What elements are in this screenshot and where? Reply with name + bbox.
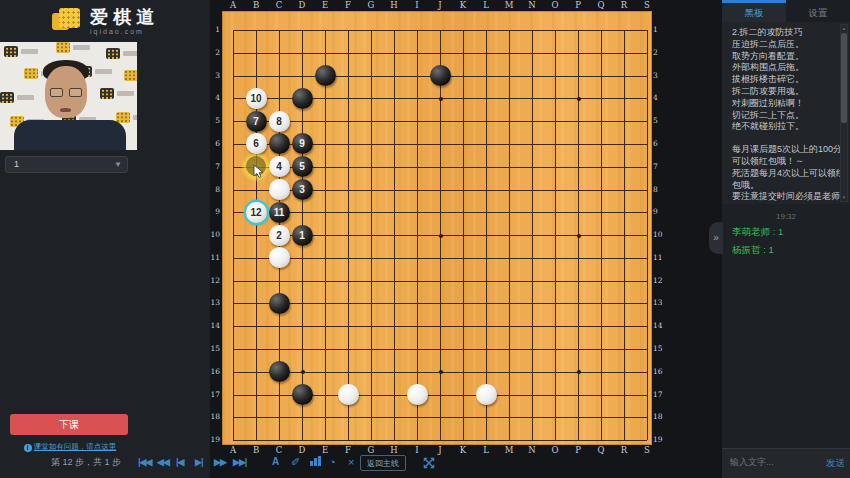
- help-link[interactable]: i课堂如有问题，请点这里: [0, 442, 140, 452]
- stone-black-C13: [269, 293, 290, 314]
- coord-label-col: R: [618, 0, 630, 11]
- wall-logo-pattern: [95, 69, 112, 74]
- coord-label-col: K: [457, 0, 469, 11]
- grid-line: [647, 30, 648, 440]
- chat-area: 19:32 李萌老师 : 1杨振哲 : 1: [722, 204, 850, 448]
- coord-label-col: Q: [595, 0, 607, 11]
- stone-black-B5: 7: [246, 111, 267, 132]
- star-point: [301, 370, 305, 374]
- coord-label-row: 6: [210, 139, 221, 148]
- note-line: 压迫拆二点后压。: [732, 39, 834, 51]
- note-line: 对刺圈过别粘啊！: [732, 98, 834, 110]
- coord-label-row: 6: [652, 139, 663, 148]
- coord-label-col: O: [549, 0, 561, 11]
- stone-white-I17: [407, 384, 428, 405]
- coord-label-row: 17: [652, 390, 663, 399]
- grid-line: [463, 30, 464, 440]
- brand-name: 爱棋道: [90, 7, 159, 27]
- coord-label-col: L: [480, 0, 492, 11]
- stone-white-C10: 2: [269, 225, 290, 246]
- label-tool-icon[interactable]: A: [272, 456, 279, 467]
- note-line: 绝不就碰别拉下。: [732, 121, 834, 133]
- tab-settings[interactable]: 设置: [786, 0, 850, 22]
- stone-black-C9: 11: [269, 202, 290, 223]
- skip-to-start-icon[interactable]: |◀◀: [138, 457, 151, 467]
- coord-label-row: 7: [652, 162, 663, 171]
- scroll-up-icon[interactable]: ▲: [841, 26, 847, 31]
- star-point: [577, 97, 581, 101]
- coord-label-row: 5: [210, 116, 221, 125]
- board-area: 107869453121121 AABBCCDDEEFFGGHHIIJJKKLL…: [210, 0, 722, 478]
- stone-black-C16: [269, 361, 290, 382]
- chart-tool-icon[interactable]: [310, 456, 321, 468]
- note-line: 外部构围点后拖。: [732, 62, 834, 74]
- chat-message: 李萌老师 : 1: [732, 226, 850, 239]
- hover-ghost-stone: [241, 152, 271, 182]
- coord-label-row: 17: [210, 390, 221, 399]
- stone-white-L17: [476, 384, 497, 405]
- coord-label-row: 12: [210, 276, 221, 285]
- left-panel: 爱棋道 iqidao.com 1 ▼ 下课 i课堂如有问题，请点这里 第 12 …: [0, 0, 210, 478]
- coord-label-col: E: [319, 0, 331, 11]
- grid-line: [509, 30, 510, 440]
- stone-white-C11: [269, 247, 290, 268]
- coord-label-col: S: [641, 0, 653, 11]
- coord-label-row: 18: [210, 412, 221, 421]
- grid-line: [532, 30, 533, 440]
- skip-to-end-icon[interactable]: ▶▶|: [233, 457, 246, 467]
- stone-black-D8: 3: [292, 179, 313, 200]
- notes-scrollbar[interactable]: ▲ ▼: [840, 24, 848, 202]
- iqidao-logo-icon: [52, 7, 84, 37]
- coord-label-row: 9: [210, 207, 221, 216]
- wall-logo-pattern: [124, 70, 137, 81]
- send-button[interactable]: 发送: [826, 457, 845, 470]
- coord-label-col: D: [296, 0, 308, 11]
- lesson-notes[interactable]: 2.拆二的攻防技巧压迫拆二点后压。取势方向看配置。外部构围点后拖。拔根拆楼击碎它…: [722, 22, 850, 204]
- chat-timestamp: 19:32: [722, 212, 850, 221]
- board-toolbar: |◀◀◀◀|◀▶|▶▶▶▶| A✐◔× 返回主线: [130, 452, 722, 478]
- stone-white-B9: 12: [246, 202, 267, 223]
- note-line: 死活题每月4次以上可以领红: [732, 168, 834, 180]
- note-line: 每月课后题5次以上的100分: [732, 144, 834, 156]
- return-mainline-button[interactable]: 返回主线: [360, 455, 406, 471]
- coord-label-row: 18: [652, 412, 663, 421]
- fast-forward-icon[interactable]: ▶▶: [214, 457, 226, 467]
- wall-logo-pattern: [106, 48, 120, 59]
- star-point: [577, 234, 581, 238]
- coord-label-row: 1: [652, 25, 663, 34]
- star-point: [577, 370, 581, 374]
- coord-label-row: 9: [652, 207, 663, 216]
- grid-line: [233, 349, 647, 350]
- coord-label-row: 7: [210, 162, 221, 171]
- coord-label-row: 8: [210, 185, 221, 194]
- fullscreen-icon[interactable]: [422, 456, 436, 470]
- stone-white-C7: 4: [269, 156, 290, 177]
- variation-select[interactable]: 1 ▼: [5, 156, 128, 173]
- coord-label-row: 19: [210, 435, 221, 444]
- coord-label-row: 19: [652, 435, 663, 444]
- tab-blackboard[interactable]: 黑板: [722, 0, 786, 22]
- note-line: 切记拆二上下点。: [732, 110, 834, 122]
- coord-label-row: 13: [652, 298, 663, 307]
- coord-label-row: 14: [210, 321, 221, 330]
- fast-backward-icon[interactable]: ◀◀: [157, 457, 169, 467]
- stone-black-D17: [292, 384, 313, 405]
- coord-label-col: P: [572, 0, 584, 11]
- coord-label-col: N: [526, 0, 538, 11]
- wall-logo-pattern: [0, 92, 14, 103]
- coord-label-row: 4: [652, 93, 663, 102]
- grid-line: [233, 417, 647, 418]
- coord-label-col: G: [365, 0, 377, 11]
- dismiss-class-button[interactable]: 下课: [10, 414, 128, 435]
- right-panel-tabs: 黑板 设置: [722, 0, 850, 22]
- coord-label-col: J: [434, 0, 446, 11]
- note-line: [732, 133, 834, 144]
- coord-label-row: 12: [652, 276, 663, 285]
- stone-white-B4: 10: [246, 88, 267, 109]
- chevron-down-icon: ▼: [114, 157, 122, 172]
- note-line: 要注意提交时间必须是老师: [732, 191, 834, 203]
- wall-logo-pattern: [56, 42, 70, 53]
- grid-line: [555, 30, 556, 440]
- note-line: 2.拆二的攻防技巧: [732, 27, 834, 39]
- star-point: [439, 370, 443, 374]
- note-line: 拔根拆楼击碎它。: [732, 74, 834, 86]
- coord-label-row: 5: [652, 116, 663, 125]
- note-line: 包哦。: [732, 180, 834, 192]
- grid-line: [486, 30, 487, 440]
- close-tool-icon[interactable]: ×: [348, 456, 354, 468]
- grid-line: [624, 30, 625, 440]
- collapse-panel-button[interactable]: »: [709, 222, 723, 254]
- hand-tool-icon[interactable]: ◔: [329, 456, 336, 468]
- scrollbar-thumb[interactable]: [841, 33, 847, 123]
- coord-label-col: B: [250, 0, 262, 11]
- grid-line: [601, 30, 602, 440]
- stone-white-C5: 8: [269, 111, 290, 132]
- scroll-down-icon[interactable]: ▼: [841, 195, 847, 200]
- step-backward-icon[interactable]: |◀: [176, 457, 183, 467]
- coord-label-row: 8: [652, 185, 663, 194]
- coord-label-row: 11: [652, 253, 663, 262]
- coord-label-col: M: [503, 0, 515, 11]
- wall-logo-pattern: [133, 115, 137, 120]
- coord-label-row: 2: [652, 48, 663, 57]
- stone-black-D4: [292, 88, 313, 109]
- chat-message: 杨振哲 : 1: [732, 244, 850, 257]
- wall-logo-pattern: [123, 51, 137, 56]
- coord-label-col: I: [411, 0, 423, 11]
- app-root: 爱棋道 iqidao.com 1 ▼ 下课 i课堂如有问题，请点这里 第 12 …: [0, 0, 850, 478]
- right-panel: 黑板 设置 2.拆二的攻防技巧压迫拆二点后压。取势方向看配置。外部构围点后拖。拔…: [722, 0, 850, 478]
- grid-line: [233, 258, 647, 259]
- note-line: 拆二防攻要用魂。: [732, 86, 834, 98]
- stone-black-E3: [315, 65, 336, 86]
- coord-label-row: 3: [210, 71, 221, 80]
- stone-white-F17: [338, 384, 359, 405]
- grid-line: [233, 326, 647, 327]
- help-link-label: 课堂如有问题，请点这里: [34, 442, 117, 451]
- grid-line: [233, 440, 647, 441]
- coord-label-row: 15: [652, 344, 663, 353]
- star-point: [439, 234, 443, 238]
- coord-label-row: 2: [210, 48, 221, 57]
- coord-label-row: 15: [210, 344, 221, 353]
- stone-black-D10: 1: [292, 225, 313, 246]
- coord-label-row: 13: [210, 298, 221, 307]
- note-line: 取势方向看配置。: [732, 51, 834, 63]
- coord-label-row: 3: [652, 71, 663, 80]
- coord-label-row: 1: [210, 25, 221, 34]
- coord-label-col: A: [227, 0, 239, 11]
- coord-label-row: 10: [652, 230, 663, 239]
- grid-line: [233, 281, 647, 282]
- brand-domain: iqidao.com: [90, 28, 159, 35]
- info-icon: i: [24, 444, 32, 452]
- chat-input-bar: 发送: [722, 448, 850, 478]
- teacher-video: [0, 42, 137, 150]
- wall-logo-pattern: [21, 49, 38, 54]
- star-point: [439, 97, 443, 101]
- wall-logo-pattern: [4, 46, 18, 57]
- coord-label-row: 14: [652, 321, 663, 330]
- grid-line: [233, 303, 647, 304]
- stone-white-C8: [269, 179, 290, 200]
- wall-logo-pattern: [73, 45, 90, 50]
- step-forward-icon[interactable]: ▶|: [195, 457, 202, 467]
- coord-label-row: 16: [210, 367, 221, 376]
- wall-logo-pattern: [100, 88, 114, 99]
- stone-black-D6: 9: [292, 133, 313, 154]
- stone-black-D7: 5: [292, 156, 313, 177]
- mouse-cursor-icon: [253, 164, 265, 179]
- coord-label-col: C: [273, 0, 285, 11]
- brand-logo: 爱棋道 iqidao.com: [52, 7, 159, 37]
- wall-logo-pattern: [24, 68, 38, 79]
- coord-label-col: H: [388, 0, 400, 11]
- teacher-figure: [60, 108, 71, 112]
- stone-black-C6: [269, 133, 290, 154]
- teacher-figure: [14, 120, 126, 150]
- teacher-figure: [50, 88, 82, 97]
- coord-label-row: 16: [652, 367, 663, 376]
- coord-label-row: 10: [210, 230, 221, 239]
- wall-logo-pattern: [17, 95, 34, 100]
- coord-label-row: 11: [210, 253, 221, 262]
- note-line: 可以领红包哦！～: [732, 156, 834, 168]
- stone-black-J3: [430, 65, 451, 86]
- variation-select-value: 1: [14, 159, 19, 169]
- go-board[interactable]: 107869453121121: [222, 11, 652, 445]
- wall-logo-pattern: [117, 91, 134, 96]
- chat-input[interactable]: [730, 457, 812, 467]
- coord-label-row: 4: [210, 93, 221, 102]
- coord-label-col: F: [342, 0, 354, 11]
- brush-tool-icon[interactable]: ✐: [291, 456, 300, 469]
